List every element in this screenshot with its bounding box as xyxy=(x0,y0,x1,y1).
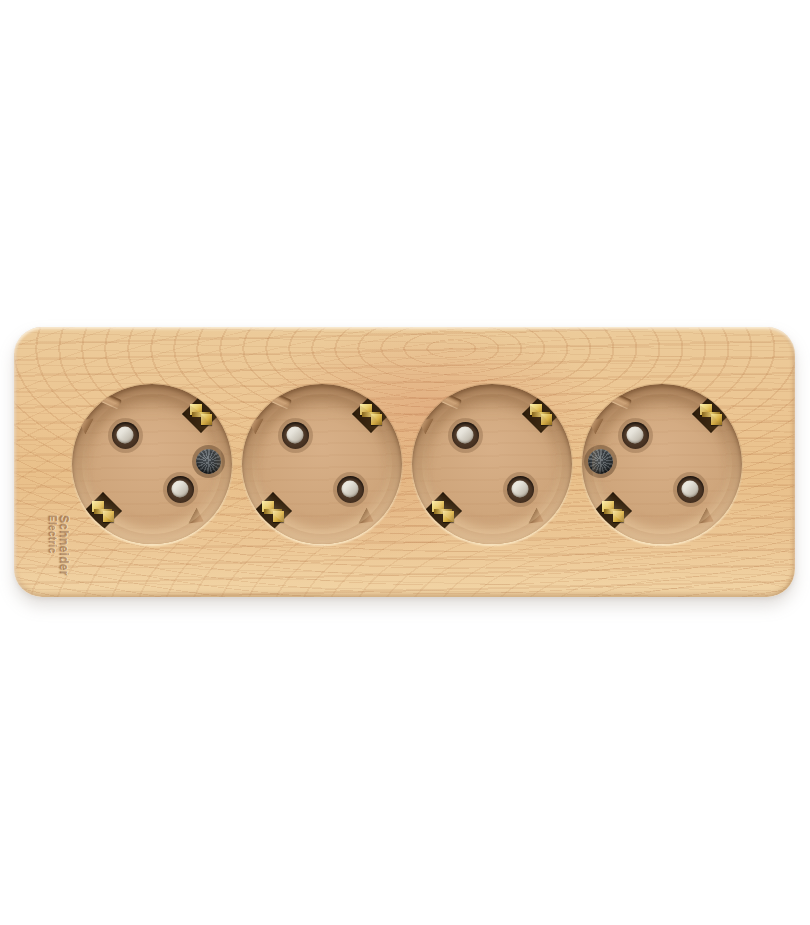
socket-1-clip-brass-lower-1 xyxy=(201,414,212,425)
socket-4-earth-clip-1 xyxy=(692,395,730,433)
socket-2-clip-cavity-2 xyxy=(254,492,292,530)
socket-4-clip-cavity-2 xyxy=(594,492,632,530)
socket-1-pin-hole-2 xyxy=(167,476,194,503)
socket-2-safety-shutter-1 xyxy=(287,427,304,444)
socket-2-rim-notch-3 xyxy=(358,507,378,529)
socket-3-clip-brass-lower-1 xyxy=(541,414,552,425)
socket-3-well xyxy=(412,384,572,544)
socket-1-rim-notch-1 xyxy=(96,391,122,410)
socket-2-well xyxy=(242,384,402,544)
socket-1-clip-brass-band-2 xyxy=(94,509,112,514)
socket-3-clip-brass-lower-2 xyxy=(443,511,454,522)
socket-1-clip-brass-upper-1 xyxy=(190,404,201,415)
socket-4-pin-hole-1 xyxy=(622,422,649,449)
socket-4-rim-notch-2 xyxy=(584,412,604,434)
socket-4-earth-clip-2 xyxy=(594,492,632,530)
socket-4-clip-cavity-1 xyxy=(692,395,730,433)
socket-3-rim-notch-1 xyxy=(436,391,462,410)
socket-3-pin-hole-2 xyxy=(507,476,534,503)
brand-name-electric: Electric xyxy=(47,515,58,576)
socket-4-safety-shutter-1 xyxy=(627,427,644,444)
socket-1-clip-brass-lower-2 xyxy=(103,511,114,522)
socket-3-clip-cavity-2 xyxy=(424,492,462,530)
socket-4-fixing-screw xyxy=(588,449,613,474)
socket-2-clip-brass-band-2 xyxy=(264,509,282,514)
socket-4-rim-notch-3 xyxy=(698,507,718,529)
socket-1-safety-shutter-2 xyxy=(172,481,189,498)
socket-1-rim-notch-2 xyxy=(74,412,94,434)
socket-2-earth-clip-1 xyxy=(352,395,390,433)
socket-3-earth-clip-1 xyxy=(522,395,560,433)
socket-4-well xyxy=(582,384,742,544)
socket-1-earth-clip-1 xyxy=(182,395,220,433)
socket-3-clip-cavity-1 xyxy=(522,395,560,433)
socket-2-rim-notch-2 xyxy=(244,412,264,434)
socket-2-clip-cavity-1 xyxy=(352,395,390,433)
socket-2-pin-hole-2 xyxy=(337,476,364,503)
socket-2-pin-hole-1 xyxy=(282,422,309,449)
socket-4-safety-shutter-2 xyxy=(682,481,699,498)
socket-4-clip-brass-lower-1 xyxy=(711,414,722,425)
socket-1-safety-shutter-1 xyxy=(117,427,134,444)
socket-1-clip-cavity-1 xyxy=(182,395,220,433)
socket-4-clip-brass-upper-1 xyxy=(700,404,711,415)
socket-4-pin-hole-2 xyxy=(677,476,704,503)
socket-3-pin-hole-1 xyxy=(452,422,479,449)
socket-4-clip-brass-lower-2 xyxy=(613,511,624,522)
socket-1-earth-clip-2 xyxy=(84,492,122,530)
socket-1-rim-notch-3 xyxy=(188,507,208,529)
socket-2-rim-notch-1 xyxy=(266,391,292,410)
socket-2-safety-shutter-2 xyxy=(342,481,359,498)
socket-3-clip-brass-upper-1 xyxy=(530,404,541,415)
brand-logo: Schneider Electric xyxy=(47,515,70,576)
socket-1-pin-hole-1 xyxy=(112,422,139,449)
socket-3-earth-clip-2 xyxy=(424,492,462,530)
socket-3-rim-notch-3 xyxy=(528,507,548,529)
socket-2-clip-brass-lower-2 xyxy=(273,511,284,522)
socket-plate: Schneider Electric xyxy=(14,327,795,597)
socket-2-clip-brass-upper-1 xyxy=(360,404,371,415)
socket-3-clip-brass-band-2 xyxy=(434,509,452,514)
brand-name-schneider: Schneider xyxy=(57,515,70,576)
socket-2-clip-brass-lower-1 xyxy=(371,414,382,425)
socket-1-fixing-screw xyxy=(196,449,221,474)
socket-4-rim-notch-1 xyxy=(606,391,632,410)
socket-1-clip-cavity-2 xyxy=(84,492,122,530)
socket-3-rim-notch-2 xyxy=(414,412,434,434)
socket-3-safety-shutter-2 xyxy=(512,481,529,498)
socket-2-earth-clip-2 xyxy=(254,492,292,530)
socket-4-clip-brass-band-2 xyxy=(604,509,622,514)
socket-3-safety-shutter-1 xyxy=(457,427,474,444)
product-photo: Schneider Electric xyxy=(0,0,810,925)
socket-1-well xyxy=(72,384,232,544)
